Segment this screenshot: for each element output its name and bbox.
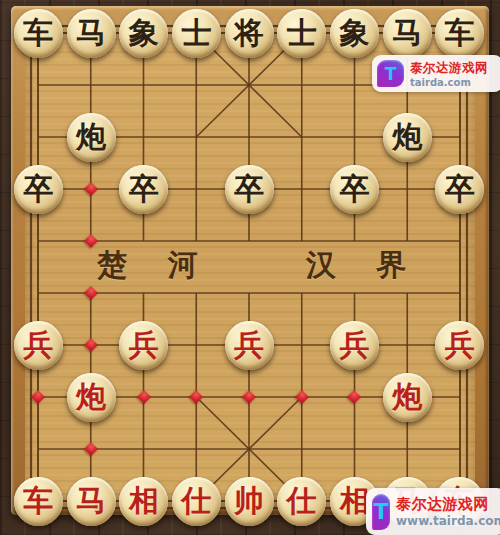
piece-black-soldier[interactable]: 卒 <box>225 165 274 214</box>
move-marker-b2[interactable] <box>84 442 98 456</box>
tairda-logo-icon: T <box>377 60 404 87</box>
piece-black-elephant[interactable]: 象 <box>330 9 379 58</box>
piece-black-soldier[interactable]: 卒 <box>330 165 379 214</box>
move-marker-b6[interactable] <box>84 234 98 248</box>
watermark-bottom: T 泰尔达游戏网 www.tairda.com <box>366 488 500 535</box>
piece-black-cannon[interactable]: 炮 <box>383 113 432 162</box>
tairda-logo-icon: T <box>372 494 390 530</box>
move-marker-b5[interactable] <box>84 286 98 300</box>
watermark-site-name: 泰尔达游戏网 <box>396 495 500 514</box>
move-marker-c3[interactable] <box>137 390 151 404</box>
piece-black-chariot[interactable]: 车 <box>14 9 63 58</box>
piece-red-soldier[interactable]: 兵 <box>330 321 379 370</box>
piece-black-soldier[interactable]: 卒 <box>435 165 484 214</box>
move-marker-e3[interactable] <box>242 390 256 404</box>
piece-black-soldier[interactable]: 卒 <box>14 165 63 214</box>
piece-red-elephant[interactable]: 相 <box>119 477 168 526</box>
move-marker-g3[interactable] <box>347 390 361 404</box>
piece-red-advisor[interactable]: 仕 <box>277 477 326 526</box>
piece-black-chariot[interactable]: 车 <box>435 9 484 58</box>
piece-red-soldier[interactable]: 兵 <box>225 321 274 370</box>
piece-red-horse[interactable]: 马 <box>67 477 116 526</box>
piece-black-elephant[interactable]: 象 <box>119 9 168 58</box>
move-marker-b7[interactable] <box>84 182 98 196</box>
watermark-site-name: 泰尔达游戏网 <box>410 60 488 77</box>
watermark-site-url: tairda.com <box>410 77 488 88</box>
move-marker-d3[interactable] <box>189 390 203 404</box>
piece-red-soldier[interactable]: 兵 <box>14 321 63 370</box>
piece-black-advisor[interactable]: 士 <box>277 9 326 58</box>
watermark-site-url: www.tairda.com <box>396 514 500 528</box>
move-marker-b4[interactable] <box>84 338 98 352</box>
xiangqi-game-screen: 楚 河 汉 界 车马象士将士象马车炮炮卒卒卒卒卒兵兵兵兵兵炮炮车马相仕帅仕相马车… <box>0 0 500 535</box>
piece-black-horse[interactable]: 马 <box>67 9 116 58</box>
piece-red-soldier[interactable]: 兵 <box>119 321 168 370</box>
piece-red-cannon[interactable]: 炮 <box>383 373 432 422</box>
move-marker-a3[interactable] <box>31 390 45 404</box>
watermark-top: T 泰尔达游戏网 tairda.com <box>372 55 500 92</box>
piece-red-general[interactable]: 帅 <box>225 477 274 526</box>
piece-black-cannon[interactable]: 炮 <box>67 113 116 162</box>
piece-red-advisor[interactable]: 仕 <box>172 477 221 526</box>
piece-red-soldier[interactable]: 兵 <box>435 321 484 370</box>
piece-black-general[interactable]: 将 <box>225 9 274 58</box>
piece-black-advisor[interactable]: 士 <box>172 9 221 58</box>
piece-red-cannon[interactable]: 炮 <box>67 373 116 422</box>
piece-black-horse[interactable]: 马 <box>383 9 432 58</box>
move-marker-f3[interactable] <box>295 390 309 404</box>
piece-red-chariot[interactable]: 车 <box>14 477 63 526</box>
piece-black-soldier[interactable]: 卒 <box>119 165 168 214</box>
